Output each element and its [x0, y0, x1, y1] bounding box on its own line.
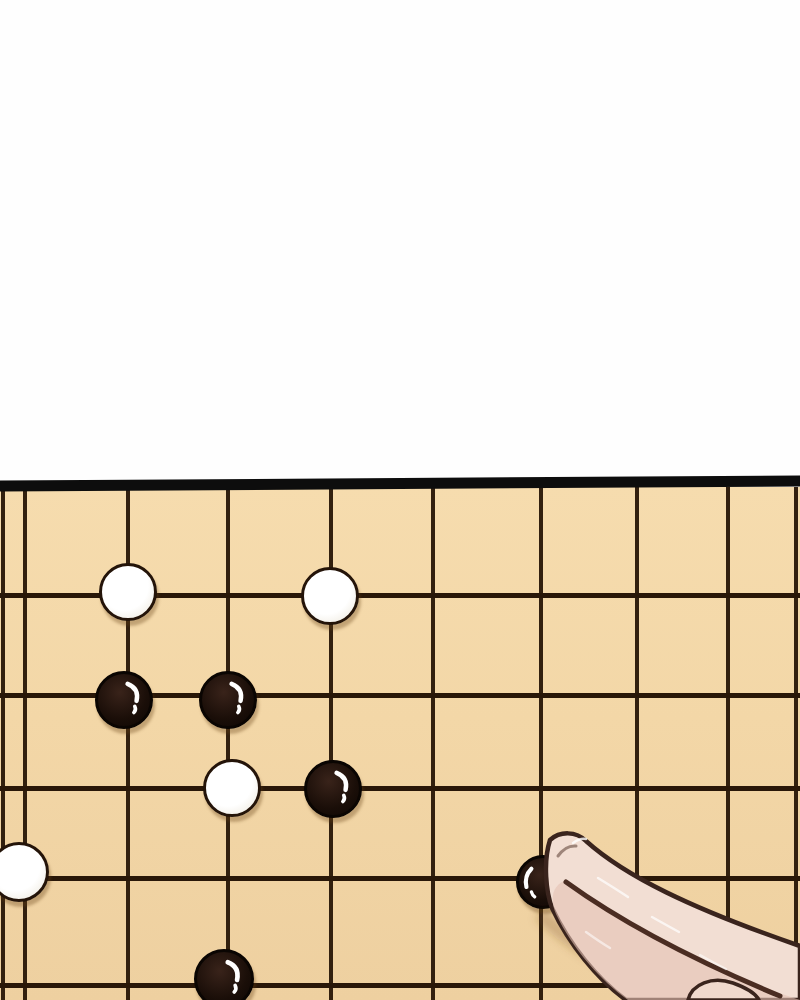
- stone-black: [194, 949, 254, 1000]
- stone-highlight-icon: [307, 763, 359, 815]
- stone-highlight-icon: [197, 952, 251, 1000]
- stone-white: [203, 759, 261, 817]
- white-gutter: [0, 0, 800, 487]
- stone-black: [199, 671, 257, 729]
- stone-white: [301, 567, 359, 625]
- stone-highlight-icon: [98, 674, 150, 726]
- stone-white: [0, 842, 49, 902]
- stone-black: [95, 671, 153, 729]
- stone-highlight-icon: [519, 858, 567, 906]
- stone-black-being-placed: [516, 855, 570, 909]
- stone-highlight-icon: [202, 674, 254, 726]
- stone-white: [99, 563, 157, 621]
- comic-panel: [0, 0, 800, 1000]
- stone-black: [304, 760, 362, 818]
